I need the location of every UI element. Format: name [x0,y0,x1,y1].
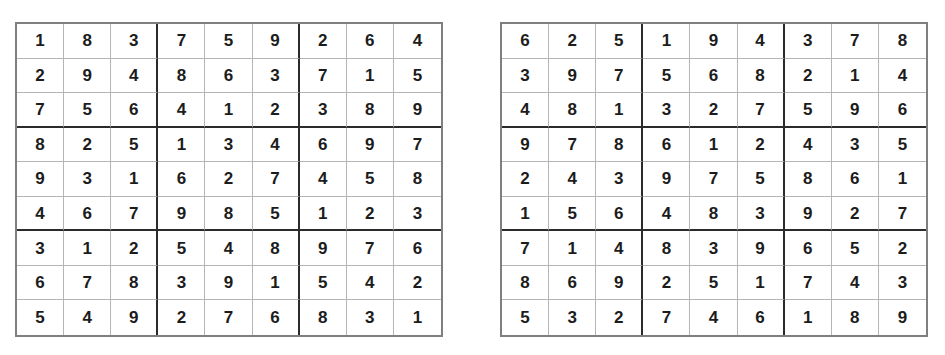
sudoku-cell-r1c7: 3 [785,24,832,59]
sudoku-cell-r7c6: 8 [253,231,300,266]
sudoku-cell-r3c2: 5 [64,93,111,128]
sudoku-cell-r1c2: 2 [549,24,596,59]
sudoku-cell-r6c6: 3 [738,197,785,232]
sudoku-cell-r9c4: 7 [643,300,690,335]
sudoku-cell-r6c5: 8 [205,197,252,232]
sudoku-cell-r4c6: 2 [738,128,785,163]
sudoku-cell-r6c3: 6 [596,197,643,232]
sudoku-cell-r8c2: 7 [64,266,111,301]
sudoku-cell-r4c7: 4 [785,128,832,163]
sudoku-cell-r4c4: 6 [643,128,690,163]
sudoku-cell-r8c8: 4 [832,266,879,301]
sudoku-cell-r1c9: 4 [394,24,441,59]
sudoku-cell-r5c6: 7 [253,162,300,197]
sudoku-cell-r7c1: 3 [17,231,64,266]
sudoku-cell-r8c8: 4 [347,266,394,301]
sudoku-cell-r3c9: 6 [879,93,926,128]
sudoku-cell-r9c8: 3 [347,300,394,335]
sudoku-cell-r7c8: 5 [832,231,879,266]
sudoku-cell-r8c1: 6 [17,266,64,301]
sudoku-cell-r6c2: 6 [64,197,111,232]
sudoku-cell-r2c8: 1 [347,59,394,94]
sudoku-cell-r9c1: 5 [502,300,549,335]
sudoku-cell-r8c7: 7 [785,266,832,301]
sudoku-cell-r7c3: 2 [111,231,158,266]
sudoku-cell-r3c1: 4 [502,93,549,128]
sudoku-cell-r3c8: 8 [347,93,394,128]
sudoku-cell-r5c9: 1 [879,162,926,197]
sudoku-cell-r1c6: 9 [253,24,300,59]
sudoku-cell-r2c1: 3 [502,59,549,94]
sudoku-cell-r2c9: 5 [394,59,441,94]
sudoku-cell-r2c2: 9 [549,59,596,94]
sudoku-cell-r2c3: 7 [596,59,643,94]
sudoku-cell-r4c6: 4 [253,128,300,163]
sudoku-cell-r5c4: 9 [643,162,690,197]
sudoku-cell-r6c7: 1 [300,197,347,232]
sudoku-cell-r1c5: 5 [205,24,252,59]
sudoku-cell-r6c2: 5 [549,197,596,232]
sudoku-cell-r4c1: 9 [502,128,549,163]
sudoku-cell-r8c6: 1 [738,266,785,301]
sudoku-cell-r1c1: 1 [17,24,64,59]
sudoku-cell-r9c9: 9 [879,300,926,335]
sudoku-cell-r7c7: 9 [300,231,347,266]
sudoku-cell-r2c5: 6 [690,59,737,94]
sudoku-cell-r1c4: 7 [158,24,205,59]
sudoku-cell-r7c2: 1 [549,231,596,266]
sudoku-cell-r1c4: 1 [643,24,690,59]
sudoku-cell-r9c1: 5 [17,300,64,335]
sudoku-cell-r9c5: 4 [690,300,737,335]
sudoku-cell-r9c7: 1 [785,300,832,335]
sudoku-cell-r3c4: 3 [643,93,690,128]
sudoku-cell-r7c8: 7 [347,231,394,266]
sudoku-cell-r8c2: 6 [549,266,596,301]
sudoku-cell-r5c7: 8 [785,162,832,197]
sudoku-cell-r1c3: 5 [596,24,643,59]
sudoku-cell-r5c5: 7 [690,162,737,197]
sudoku-board-right: 6251943783975682144813275969786124352439… [500,22,928,337]
sudoku-cell-r5c1: 2 [502,162,549,197]
sudoku-cell-r6c7: 9 [785,197,832,232]
sudoku-cell-r2c2: 9 [64,59,111,94]
sudoku-cell-r7c7: 6 [785,231,832,266]
sudoku-cell-r8c7: 5 [300,266,347,301]
sudoku-cell-r5c8: 5 [347,162,394,197]
sudoku-cell-r4c2: 2 [64,128,111,163]
sudoku-cell-r5c9: 8 [394,162,441,197]
sudoku-cell-r8c9: 2 [394,266,441,301]
sudoku-cell-r3c6: 7 [738,93,785,128]
sudoku-cell-r6c3: 7 [111,197,158,232]
sudoku-cell-r8c9: 3 [879,266,926,301]
sudoku-cell-r4c5: 1 [690,128,737,163]
sudoku-cell-r3c7: 5 [785,93,832,128]
sudoku-cell-r4c2: 7 [549,128,596,163]
sudoku-cell-r7c1: 7 [502,231,549,266]
sudoku-cell-r1c6: 4 [738,24,785,59]
sudoku-cell-r3c3: 1 [596,93,643,128]
sudoku-cell-r7c4: 8 [643,231,690,266]
sudoku-cell-r3c5: 1 [205,93,252,128]
sudoku-cell-r3c5: 2 [690,93,737,128]
sudoku-cell-r7c5: 3 [690,231,737,266]
sudoku-cell-r1c2: 8 [64,24,111,59]
sudoku-cell-r6c8: 2 [347,197,394,232]
sudoku-cell-r4c8: 9 [347,128,394,163]
sudoku-cell-r1c5: 9 [690,24,737,59]
sudoku-cell-r4c7: 6 [300,128,347,163]
sudoku-cell-r2c7: 2 [785,59,832,94]
sudoku-cell-r7c6: 9 [738,231,785,266]
sudoku-cell-r5c3: 3 [596,162,643,197]
sudoku-cell-r4c9: 5 [879,128,926,163]
sudoku-cell-r6c9: 3 [394,197,441,232]
sudoku-cell-r6c1: 4 [17,197,64,232]
sudoku-cell-r5c2: 4 [549,162,596,197]
sudoku-cell-r1c8: 7 [832,24,879,59]
sudoku-cell-r7c9: 6 [394,231,441,266]
sudoku-cell-r8c6: 1 [253,266,300,301]
sudoku-cell-r9c5: 7 [205,300,252,335]
sudoku-cell-r9c3: 2 [596,300,643,335]
sudoku-cell-r3c2: 8 [549,93,596,128]
sudoku-cell-r5c6: 5 [738,162,785,197]
sudoku-cell-r2c4: 5 [643,59,690,94]
sudoku-cell-r3c3: 6 [111,93,158,128]
sudoku-cell-r7c9: 2 [879,231,926,266]
sudoku-cell-r2c3: 4 [111,59,158,94]
sudoku-cell-r3c1: 7 [17,93,64,128]
sudoku-cell-r1c3: 3 [111,24,158,59]
sudoku-cell-r5c7: 4 [300,162,347,197]
sudoku-cell-r9c9: 1 [394,300,441,335]
sudoku-cell-r4c5: 3 [205,128,252,163]
sudoku-cell-r3c7: 3 [300,93,347,128]
sudoku-cell-r4c9: 7 [394,128,441,163]
sudoku-cell-r2c6: 8 [738,59,785,94]
sudoku-cell-r8c1: 8 [502,266,549,301]
sudoku-cell-r3c4: 4 [158,93,205,128]
sudoku-cell-r4c3: 8 [596,128,643,163]
sudoku-cell-r9c4: 2 [158,300,205,335]
sudoku-cell-r4c8: 3 [832,128,879,163]
sudoku-cell-r4c3: 5 [111,128,158,163]
sudoku-cell-r9c6: 6 [738,300,785,335]
sudoku-board-left: 1837592642948637157564123898251346979316… [15,22,443,337]
sudoku-cell-r9c7: 8 [300,300,347,335]
sudoku-cell-r5c1: 9 [17,162,64,197]
sudoku-cell-r1c1: 6 [502,24,549,59]
sudoku-cell-r9c2: 3 [549,300,596,335]
sudoku-cell-r2c7: 7 [300,59,347,94]
sudoku-cell-r8c4: 2 [643,266,690,301]
sudoku-cell-r6c9: 7 [879,197,926,232]
sudoku-cell-r9c2: 4 [64,300,111,335]
sudoku-cell-r7c5: 4 [205,231,252,266]
sudoku-cell-r1c7: 2 [300,24,347,59]
sudoku-cell-r3c8: 9 [832,93,879,128]
sudoku-cell-r3c6: 2 [253,93,300,128]
sudoku-cell-r6c4: 4 [643,197,690,232]
sudoku-cell-r5c3: 1 [111,162,158,197]
sudoku-cell-r2c1: 2 [17,59,64,94]
sudoku-cell-r7c4: 5 [158,231,205,266]
sudoku-cell-r8c3: 8 [111,266,158,301]
sudoku-cell-r6c4: 9 [158,197,205,232]
sudoku-cell-r3c9: 9 [394,93,441,128]
sudoku-cell-r2c4: 8 [158,59,205,94]
sudoku-cell-r6c6: 5 [253,197,300,232]
sudoku-cell-r5c4: 6 [158,162,205,197]
sudoku-cell-r6c5: 8 [690,197,737,232]
sudoku-cell-r4c4: 1 [158,128,205,163]
sudoku-cell-r5c2: 3 [64,162,111,197]
sudoku-cell-r8c5: 9 [205,266,252,301]
sudoku-cell-r1c8: 6 [347,24,394,59]
sudoku-cell-r6c8: 2 [832,197,879,232]
sudoku-cell-r7c3: 4 [596,231,643,266]
sudoku-cell-r1c9: 8 [879,24,926,59]
sudoku-cell-r2c6: 3 [253,59,300,94]
sudoku-cell-r2c5: 6 [205,59,252,94]
sudoku-cell-r7c2: 1 [64,231,111,266]
sudoku-cell-r9c6: 6 [253,300,300,335]
sudoku-cell-r8c3: 9 [596,266,643,301]
sudoku-cell-r5c5: 2 [205,162,252,197]
sudoku-cell-r2c8: 1 [832,59,879,94]
sudoku-cell-r5c8: 6 [832,162,879,197]
sudoku-cell-r8c5: 5 [690,266,737,301]
sudoku-cell-r9c8: 8 [832,300,879,335]
sudoku-cell-r2c9: 4 [879,59,926,94]
sudoku-cell-r4c1: 8 [17,128,64,163]
sudoku-cell-r9c3: 9 [111,300,158,335]
sudoku-cell-r8c4: 3 [158,266,205,301]
sudoku-cell-r6c1: 1 [502,197,549,232]
